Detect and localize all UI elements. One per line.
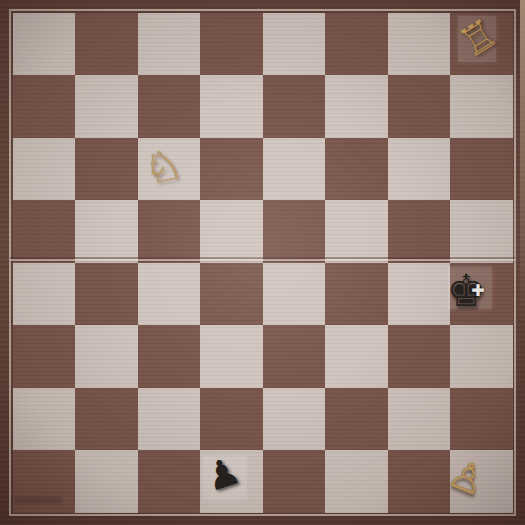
square-c7[interactable] (138, 75, 201, 138)
square-a7[interactable] (13, 75, 76, 138)
square-h5[interactable] (450, 200, 513, 263)
square-c8[interactable] (138, 13, 201, 76)
black-king-h4[interactable]: ♚ (447, 269, 486, 313)
square-g6[interactable] (388, 138, 451, 201)
square-a1[interactable] (13, 450, 76, 513)
square-f8[interactable] (325, 13, 388, 76)
square-e6[interactable] (263, 138, 326, 201)
square-a2[interactable] (13, 388, 76, 451)
square-b4[interactable] (75, 263, 138, 326)
white-knight-c6[interactable]: ♘ (140, 142, 186, 191)
square-c3[interactable] (138, 325, 201, 388)
square-b1[interactable] (75, 450, 138, 513)
square-f2[interactable] (325, 388, 388, 451)
chessboard-photo: ♖♘♚✚♟♙ (0, 0, 525, 525)
square-f5[interactable] (325, 200, 388, 263)
square-f7[interactable] (325, 75, 388, 138)
square-d3[interactable] (200, 325, 263, 388)
square-d2[interactable] (200, 388, 263, 451)
square-g1[interactable] (388, 450, 451, 513)
square-a6[interactable] (13, 138, 76, 201)
square-g2[interactable] (388, 388, 451, 451)
square-g8[interactable] (388, 13, 451, 76)
square-d4[interactable] (200, 263, 263, 326)
square-g4[interactable] (388, 263, 451, 326)
square-g7[interactable] (388, 75, 451, 138)
square-c4[interactable] (138, 263, 201, 326)
square-a4[interactable] (13, 263, 76, 326)
square-h3[interactable] (450, 325, 513, 388)
square-f1[interactable] (325, 450, 388, 513)
square-d7[interactable] (200, 75, 263, 138)
square-h7[interactable] (450, 75, 513, 138)
square-c1[interactable] (138, 450, 201, 513)
square-f4[interactable] (325, 263, 388, 326)
square-b3[interactable] (75, 325, 138, 388)
square-c2[interactable] (138, 388, 201, 451)
square-e3[interactable] (263, 325, 326, 388)
square-b2[interactable] (75, 388, 138, 451)
board-edge-highlight (520, 0, 525, 330)
square-h2[interactable] (450, 388, 513, 451)
square-a8[interactable] (13, 13, 76, 76)
square-h6[interactable] (450, 138, 513, 201)
square-c5[interactable] (138, 200, 201, 263)
square-g3[interactable] (388, 325, 451, 388)
square-b7[interactable] (75, 75, 138, 138)
chess-board (13, 13, 513, 513)
square-e7[interactable] (263, 75, 326, 138)
square-f3[interactable] (325, 325, 388, 388)
square-d6[interactable] (200, 138, 263, 201)
square-b8[interactable] (75, 13, 138, 76)
square-b6[interactable] (75, 138, 138, 201)
square-g5[interactable] (388, 200, 451, 263)
square-b5[interactable] (75, 200, 138, 263)
square-e1[interactable] (263, 450, 326, 513)
square-d8[interactable] (200, 13, 263, 76)
square-e2[interactable] (263, 388, 326, 451)
square-e5[interactable] (263, 200, 326, 263)
square-a3[interactable] (13, 325, 76, 388)
square-e4[interactable] (263, 263, 326, 326)
square-e8[interactable] (263, 13, 326, 76)
square-d5[interactable] (200, 200, 263, 263)
square-f6[interactable] (325, 138, 388, 201)
square-a5[interactable] (13, 200, 76, 263)
